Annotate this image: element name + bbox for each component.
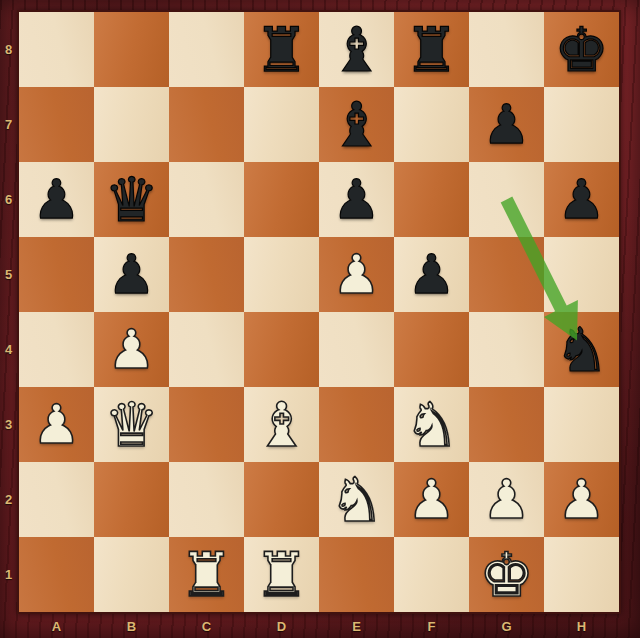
square-g5[interactable] xyxy=(469,237,544,312)
square-c2[interactable] xyxy=(169,462,244,537)
square-a5[interactable] xyxy=(19,237,94,312)
rank-label-2: 2 xyxy=(0,462,17,537)
square-d3[interactable]: ♝ xyxy=(244,387,319,462)
black-pawn[interactable]: ♟ xyxy=(482,87,530,162)
square-c8[interactable] xyxy=(169,12,244,87)
square-d7[interactable] xyxy=(244,87,319,162)
square-g3[interactable] xyxy=(469,387,544,462)
square-a3[interactable]: ♟ xyxy=(19,387,94,462)
square-h4[interactable]: ♞ xyxy=(544,312,619,387)
rank-label-7: 7 xyxy=(0,87,17,162)
rank-label-8: 8 xyxy=(0,12,17,87)
square-d1[interactable]: ♜ xyxy=(244,537,319,612)
square-a8[interactable] xyxy=(19,12,94,87)
file-label-a: A xyxy=(19,614,94,638)
white-knight[interactable]: ♞ xyxy=(404,387,459,462)
square-f1[interactable] xyxy=(394,537,469,612)
square-d8[interactable]: ♜ xyxy=(244,12,319,87)
black-rook[interactable]: ♜ xyxy=(254,12,309,87)
square-c3[interactable] xyxy=(169,387,244,462)
white-king[interactable]: ♚ xyxy=(479,537,534,612)
file-labels: ABCDEFGH xyxy=(19,614,619,638)
black-pawn[interactable]: ♟ xyxy=(332,162,380,237)
square-d2[interactable] xyxy=(244,462,319,537)
square-b1[interactable] xyxy=(94,537,169,612)
square-a1[interactable] xyxy=(19,537,94,612)
square-a4[interactable] xyxy=(19,312,94,387)
square-d5[interactable] xyxy=(244,237,319,312)
square-g8[interactable] xyxy=(469,12,544,87)
black-knight[interactable]: ♞ xyxy=(554,312,609,387)
square-f5[interactable]: ♟ xyxy=(394,237,469,312)
square-d6[interactable] xyxy=(244,162,319,237)
square-b4[interactable]: ♟ xyxy=(94,312,169,387)
file-label-e: E xyxy=(319,614,394,638)
black-pawn[interactable]: ♟ xyxy=(32,162,80,237)
rank-label-4: 4 xyxy=(0,312,17,387)
square-h1[interactable] xyxy=(544,537,619,612)
square-b8[interactable] xyxy=(94,12,169,87)
rank-label-5: 5 xyxy=(0,237,17,312)
square-b7[interactable] xyxy=(94,87,169,162)
file-label-c: C xyxy=(169,614,244,638)
square-h2[interactable]: ♟ xyxy=(544,462,619,537)
square-f8[interactable]: ♜ xyxy=(394,12,469,87)
file-label-h: H xyxy=(544,614,619,638)
white-pawn[interactable]: ♟ xyxy=(107,312,155,387)
square-f3[interactable]: ♞ xyxy=(394,387,469,462)
square-f4[interactable] xyxy=(394,312,469,387)
square-e5[interactable]: ♟ xyxy=(319,237,394,312)
white-rook[interactable]: ♜ xyxy=(254,537,309,612)
square-g1[interactable]: ♚ xyxy=(469,537,544,612)
board-border: ♜♝♜♚♝♟♟♛♟♟♟♟♟♟♞♟♛♝♞♞♟♟♟♜♜♚ xyxy=(17,10,621,614)
black-rook[interactable]: ♜ xyxy=(404,12,459,87)
square-g7[interactable]: ♟ xyxy=(469,87,544,162)
square-b6[interactable]: ♛ xyxy=(94,162,169,237)
square-e2[interactable]: ♞ xyxy=(319,462,394,537)
square-b2[interactable] xyxy=(94,462,169,537)
square-h3[interactable] xyxy=(544,387,619,462)
black-bishop[interactable]: ♝ xyxy=(329,12,384,87)
square-d4[interactable] xyxy=(244,312,319,387)
file-label-b: B xyxy=(94,614,169,638)
rank-label-1: 1 xyxy=(0,537,17,612)
square-h6[interactable]: ♟ xyxy=(544,162,619,237)
white-bishop[interactable]: ♝ xyxy=(254,387,309,462)
white-pawn[interactable]: ♟ xyxy=(32,387,80,462)
square-c6[interactable] xyxy=(169,162,244,237)
square-a7[interactable] xyxy=(19,87,94,162)
rank-labels: 87654321 xyxy=(0,12,17,612)
chess-board-frame: 87654321 ♜♝♜♚♝♟♟♛♟♟♟♟♟♟♞♟♛♝♞♞♟♟♟♜♜♚ ABCD… xyxy=(0,0,640,638)
square-e6[interactable]: ♟ xyxy=(319,162,394,237)
square-f2[interactable]: ♟ xyxy=(394,462,469,537)
square-a2[interactable] xyxy=(19,462,94,537)
square-c4[interactable] xyxy=(169,312,244,387)
square-c1[interactable]: ♜ xyxy=(169,537,244,612)
square-e7[interactable]: ♝ xyxy=(319,87,394,162)
black-pawn[interactable]: ♟ xyxy=(407,237,455,312)
black-bishop[interactable]: ♝ xyxy=(329,87,384,162)
chess-board: ♜♝♜♚♝♟♟♛♟♟♟♟♟♟♞♟♛♝♞♞♟♟♟♜♜♚ xyxy=(19,12,619,612)
file-label-g: G xyxy=(469,614,544,638)
file-label-f: F xyxy=(394,614,469,638)
white-queen[interactable]: ♛ xyxy=(104,387,159,462)
white-pawn[interactable]: ♟ xyxy=(407,462,455,537)
square-e4[interactable] xyxy=(319,312,394,387)
square-f6[interactable] xyxy=(394,162,469,237)
square-e3[interactable] xyxy=(319,387,394,462)
file-label-d: D xyxy=(244,614,319,638)
square-c7[interactable] xyxy=(169,87,244,162)
square-a6[interactable]: ♟ xyxy=(19,162,94,237)
white-knight[interactable]: ♞ xyxy=(329,462,384,537)
square-g4[interactable] xyxy=(469,312,544,387)
rank-label-6: 6 xyxy=(0,162,17,237)
white-rook[interactable]: ♜ xyxy=(179,537,234,612)
square-h5[interactable] xyxy=(544,237,619,312)
square-h8[interactable]: ♚ xyxy=(544,12,619,87)
black-pawn[interactable]: ♟ xyxy=(107,237,155,312)
square-h7[interactable] xyxy=(544,87,619,162)
square-e8[interactable]: ♝ xyxy=(319,12,394,87)
rank-label-3: 3 xyxy=(0,387,17,462)
square-e1[interactable] xyxy=(319,537,394,612)
white-pawn[interactable]: ♟ xyxy=(332,237,380,312)
square-f7[interactable] xyxy=(394,87,469,162)
square-c5[interactable] xyxy=(169,237,244,312)
black-queen[interactable]: ♛ xyxy=(104,162,159,237)
black-pawn[interactable]: ♟ xyxy=(557,162,605,237)
square-b5[interactable]: ♟ xyxy=(94,237,169,312)
square-b3[interactable]: ♛ xyxy=(94,387,169,462)
white-pawn[interactable]: ♟ xyxy=(482,462,530,537)
black-king[interactable]: ♚ xyxy=(554,12,609,87)
square-g6[interactable] xyxy=(469,162,544,237)
square-g2[interactable]: ♟ xyxy=(469,462,544,537)
white-pawn[interactable]: ♟ xyxy=(557,462,605,537)
